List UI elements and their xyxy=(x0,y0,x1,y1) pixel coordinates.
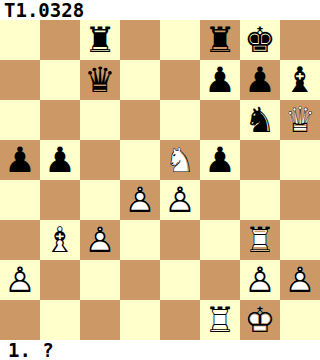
square-d2[interactable] xyxy=(120,260,160,300)
square-d4[interactable]: ♟♙ xyxy=(120,180,160,220)
square-g3[interactable]: ♜♖ xyxy=(240,220,280,260)
square-f3[interactable] xyxy=(200,220,240,260)
square-d6[interactable] xyxy=(120,100,160,140)
square-g8[interactable]: ♚ xyxy=(240,20,280,60)
black-pawn[interactable]: ♟ xyxy=(0,140,40,180)
piece-outline-layer: ♔ xyxy=(240,300,280,340)
piece-outline-layer: ♗ xyxy=(40,220,80,260)
piece-outline-layer: ♙ xyxy=(0,260,40,300)
piece-outline-layer: ♖ xyxy=(200,300,240,340)
piece-outline-layer: ♙ xyxy=(280,260,320,300)
square-d8[interactable] xyxy=(120,20,160,60)
square-c2[interactable] xyxy=(80,260,120,300)
square-h5[interactable] xyxy=(280,140,320,180)
piece-outline-layer: ♙ xyxy=(240,260,280,300)
black-knight[interactable]: ♞ xyxy=(240,100,280,140)
square-e3[interactable] xyxy=(160,220,200,260)
white-knight[interactable]: ♞♘ xyxy=(160,140,200,180)
square-f6[interactable] xyxy=(200,100,240,140)
square-c8[interactable]: ♜ xyxy=(80,20,120,60)
square-a4[interactable] xyxy=(0,180,40,220)
piece-outline-layer: ♙ xyxy=(80,220,120,260)
square-b4[interactable] xyxy=(40,180,80,220)
square-a5[interactable]: ♟ xyxy=(0,140,40,180)
white-pawn[interactable]: ♟♙ xyxy=(160,180,200,220)
square-a1[interactable] xyxy=(0,300,40,340)
square-c4[interactable] xyxy=(80,180,120,220)
white-pawn[interactable]: ♟♙ xyxy=(240,260,280,300)
black-king[interactable]: ♚ xyxy=(240,20,280,60)
piece-outline-layer: ♕ xyxy=(280,100,320,140)
piece-solid-layer: ♚ xyxy=(240,20,280,60)
piece-solid-layer: ♛ xyxy=(80,60,120,100)
square-g2[interactable]: ♟♙ xyxy=(240,260,280,300)
square-f2[interactable] xyxy=(200,260,240,300)
square-g6[interactable]: ♞ xyxy=(240,100,280,140)
square-b5[interactable]: ♟ xyxy=(40,140,80,180)
square-c6[interactable] xyxy=(80,100,120,140)
black-pawn[interactable]: ♟ xyxy=(240,60,280,100)
move-prompt: 1. ? xyxy=(0,340,320,360)
square-h2[interactable]: ♟♙ xyxy=(280,260,320,300)
black-pawn[interactable]: ♟ xyxy=(200,140,240,180)
white-pawn[interactable]: ♟♙ xyxy=(80,220,120,260)
square-d3[interactable] xyxy=(120,220,160,260)
chess-diagram-page: T1.0328 ♜♜♚♛♟♟♝♞♛♕♟♟♞♘♟♟♙♟♙♝♗♟♙♜♖♟♙♟♙♟♙♜… xyxy=(0,0,320,360)
piece-solid-layer: ♞ xyxy=(240,100,280,140)
square-c1[interactable] xyxy=(80,300,120,340)
piece-outline-layer: ♖ xyxy=(240,220,280,260)
square-g7[interactable]: ♟ xyxy=(240,60,280,100)
square-e7[interactable] xyxy=(160,60,200,100)
square-e4[interactable]: ♟♙ xyxy=(160,180,200,220)
square-e8[interactable] xyxy=(160,20,200,60)
white-pawn[interactable]: ♟♙ xyxy=(0,260,40,300)
piece-solid-layer: ♟ xyxy=(240,60,280,100)
square-e2[interactable] xyxy=(160,260,200,300)
white-king[interactable]: ♚♔ xyxy=(240,300,280,340)
square-b1[interactable] xyxy=(40,300,80,340)
white-pawn[interactable]: ♟♙ xyxy=(280,260,320,300)
square-h1[interactable] xyxy=(280,300,320,340)
square-h3[interactable] xyxy=(280,220,320,260)
square-g1[interactable]: ♚♔ xyxy=(240,300,280,340)
black-pawn[interactable]: ♟ xyxy=(200,60,240,100)
square-f7[interactable]: ♟ xyxy=(200,60,240,100)
square-b8[interactable] xyxy=(40,20,80,60)
black-queen[interactable]: ♛ xyxy=(80,60,120,100)
square-a8[interactable] xyxy=(0,20,40,60)
white-queen[interactable]: ♛♕ xyxy=(280,100,320,140)
white-rook[interactable]: ♜♖ xyxy=(200,300,240,340)
square-f1[interactable]: ♜♖ xyxy=(200,300,240,340)
square-e6[interactable] xyxy=(160,100,200,140)
black-pawn[interactable]: ♟ xyxy=(40,140,80,180)
square-g5[interactable] xyxy=(240,140,280,180)
piece-solid-layer: ♝ xyxy=(280,60,320,100)
square-f4[interactable] xyxy=(200,180,240,220)
black-rook[interactable]: ♜ xyxy=(200,20,240,60)
white-bishop[interactable]: ♝♗ xyxy=(40,220,80,260)
piece-outline-layer: ♙ xyxy=(160,180,200,220)
square-h8[interactable] xyxy=(280,20,320,60)
square-c5[interactable] xyxy=(80,140,120,180)
piece-solid-layer: ♜ xyxy=(80,20,120,60)
square-c3[interactable]: ♟♙ xyxy=(80,220,120,260)
square-h7[interactable]: ♝ xyxy=(280,60,320,100)
piece-solid-layer: ♟ xyxy=(0,140,40,180)
chess-board: ♜♜♚♛♟♟♝♞♛♕♟♟♞♘♟♟♙♟♙♝♗♟♙♜♖♟♙♟♙♟♙♜♖♚♔ xyxy=(0,20,320,340)
square-a6[interactable] xyxy=(0,100,40,140)
square-b2[interactable] xyxy=(40,260,80,300)
diagram-title: T1.0328 xyxy=(0,0,320,20)
square-d5[interactable] xyxy=(120,140,160,180)
square-a3[interactable] xyxy=(0,220,40,260)
square-a2[interactable]: ♟♙ xyxy=(0,260,40,300)
piece-outline-layer: ♘ xyxy=(160,140,200,180)
square-d7[interactable] xyxy=(120,60,160,100)
square-f5[interactable]: ♟ xyxy=(200,140,240,180)
square-g4[interactable] xyxy=(240,180,280,220)
piece-outline-layer: ♙ xyxy=(120,180,160,220)
white-pawn[interactable]: ♟♙ xyxy=(120,180,160,220)
square-e1[interactable] xyxy=(160,300,200,340)
square-b7[interactable] xyxy=(40,60,80,100)
piece-solid-layer: ♜ xyxy=(200,20,240,60)
piece-solid-layer: ♟ xyxy=(200,60,240,100)
black-bishop[interactable]: ♝ xyxy=(280,60,320,100)
piece-solid-layer: ♟ xyxy=(200,140,240,180)
square-f8[interactable]: ♜ xyxy=(200,20,240,60)
square-a7[interactable] xyxy=(0,60,40,100)
square-e5[interactable]: ♞♘ xyxy=(160,140,200,180)
square-h4[interactable] xyxy=(280,180,320,220)
white-rook[interactable]: ♜♖ xyxy=(240,220,280,260)
square-b6[interactable] xyxy=(40,100,80,140)
black-rook[interactable]: ♜ xyxy=(80,20,120,60)
piece-solid-layer: ♟ xyxy=(40,140,80,180)
square-h6[interactable]: ♛♕ xyxy=(280,100,320,140)
square-d1[interactable] xyxy=(120,300,160,340)
square-c7[interactable]: ♛ xyxy=(80,60,120,100)
square-b3[interactable]: ♝♗ xyxy=(40,220,80,260)
